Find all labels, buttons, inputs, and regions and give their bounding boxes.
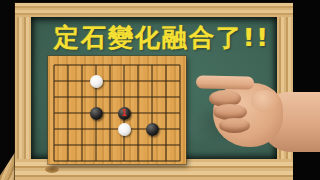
black-stone (90, 107, 103, 120)
frame-rail-left (15, 17, 31, 159)
backdrop-left (0, 0, 15, 180)
white-stone (118, 123, 131, 136)
move-number-label: 1 (118, 107, 131, 120)
backdrop-right (293, 0, 320, 180)
thumbnail-scene: 定石變化融合了!! 1 (0, 0, 320, 180)
frame-rail-top (15, 3, 293, 17)
title-text: 定石變化融合了!! (36, 18, 288, 56)
go-board: 1 (48, 56, 186, 164)
wood-knot (45, 166, 59, 173)
black-stone-move-1: 1 (118, 107, 131, 120)
white-stone (90, 75, 103, 88)
black-stone (146, 123, 159, 136)
